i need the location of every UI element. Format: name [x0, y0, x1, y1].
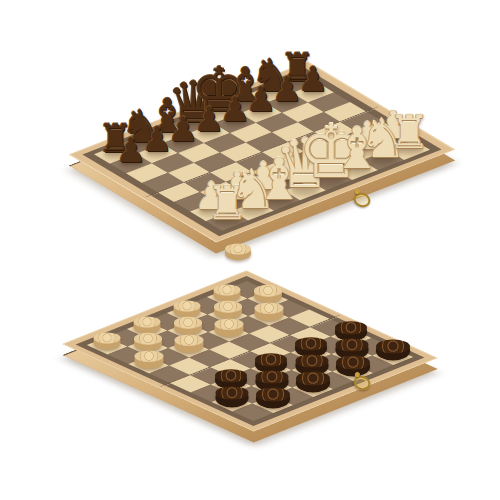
chess-piece-dark-knight: ♞ — [121, 106, 161, 147]
piece-shadow — [250, 110, 273, 118]
chess-piece-dark-queen: ♛ — [167, 75, 218, 127]
piece-shadow — [286, 80, 308, 88]
square-dark — [372, 131, 414, 151]
square-dark — [266, 93, 308, 113]
square-dark — [362, 150, 404, 170]
square-light — [324, 102, 366, 122]
square-dark — [312, 372, 353, 390]
piece-shadow — [250, 187, 276, 196]
square-light — [388, 140, 430, 160]
square-dark — [187, 297, 228, 315]
piece-shadow — [240, 207, 267, 216]
checker-dark — [256, 389, 290, 409]
piece-shadow — [344, 166, 371, 175]
square-light — [292, 362, 333, 380]
piece-shadow — [120, 160, 143, 168]
piece-shadow — [370, 156, 397, 165]
square-light — [158, 182, 200, 202]
piece-shadow — [224, 197, 250, 206]
piece-shadow — [104, 151, 126, 159]
square-light — [289, 309, 330, 327]
checkers-board-shadow — [62, 285, 437, 446]
piece-shadow — [156, 130, 178, 138]
square-light — [250, 343, 291, 361]
piece-shadow — [302, 89, 325, 97]
square-dark — [232, 404, 273, 422]
fold-seam — [160, 315, 340, 387]
square-dark — [236, 152, 278, 172]
square-light — [292, 83, 334, 103]
square-dark — [269, 317, 310, 335]
chess-piece-dark-pawn: ♟ — [220, 94, 250, 125]
product-photo-stage: ♜♞♝♛♚♝♞♜♟♟♟♟♟♟♟♟♟♟♟♟♟♟♟♟♜♞♝♛♚♝♞♜ — [0, 0, 500, 500]
square-dark — [270, 335, 311, 353]
checker-dark — [255, 354, 287, 373]
square-light — [331, 329, 372, 347]
square-light — [372, 348, 413, 366]
chess-piece-dark-bishop: ♝ — [224, 64, 266, 107]
square-light — [282, 103, 324, 123]
square-light — [242, 181, 284, 201]
piece-shadow — [130, 141, 152, 149]
checker-dark — [296, 355, 329, 375]
square-dark — [190, 367, 231, 385]
square-light — [356, 121, 398, 141]
piece-shadow — [198, 207, 224, 216]
square-dark — [110, 154, 152, 174]
checker-light — [214, 302, 242, 319]
chess-piece-light-rook: ♜ — [388, 111, 429, 153]
square-dark — [206, 211, 248, 231]
piece-shadow — [198, 130, 221, 138]
chess-board-squares — [94, 73, 430, 230]
square-light — [210, 359, 251, 377]
square-dark — [174, 192, 216, 212]
square-dark — [148, 348, 189, 366]
boards-layer — [0, 0, 500, 500]
square-dark — [352, 338, 393, 356]
chess-piece-dark-pawn: ♟ — [194, 104, 224, 135]
piece-shadow — [214, 217, 241, 226]
chess-piece-dark-rook: ♜ — [98, 121, 133, 157]
square-dark — [162, 133, 204, 153]
square-light — [168, 322, 209, 340]
square-light — [240, 103, 282, 123]
checker-dark — [216, 387, 249, 407]
square-dark — [204, 133, 246, 153]
checker-light — [134, 351, 163, 368]
square-light — [232, 201, 274, 221]
square-light — [252, 396, 293, 414]
square-light — [168, 340, 209, 358]
square-dark — [272, 370, 313, 388]
chess-board — [69, 61, 455, 242]
square-light — [210, 162, 252, 182]
square-light — [209, 341, 250, 359]
piece-shadow — [266, 197, 293, 206]
piece-shadow — [328, 157, 354, 166]
square-dark — [227, 281, 268, 299]
square-dark — [188, 332, 229, 350]
square-light — [230, 123, 272, 143]
square-dark — [272, 388, 313, 406]
chess-piece-light-pawn: ♟ — [220, 169, 254, 204]
square-light — [94, 144, 136, 164]
chess-piece-dark-pawn: ♟ — [116, 135, 146, 166]
frame-band — [76, 276, 425, 426]
square-light — [251, 361, 292, 379]
checker-light — [225, 245, 251, 261]
chess-piece-dark-pawn: ♟ — [272, 74, 302, 105]
square-dark — [256, 113, 298, 133]
square-light — [336, 160, 378, 180]
chess-piece-dark-bishop: ♝ — [146, 94, 188, 137]
square-dark — [231, 369, 272, 387]
checker-light — [174, 318, 202, 335]
square-dark — [276, 73, 318, 93]
chess-piece-light-king: ♚ — [298, 118, 364, 186]
square-dark — [310, 319, 351, 337]
square-dark — [340, 112, 382, 132]
square-light — [291, 345, 332, 363]
square-light — [284, 181, 326, 201]
chess-piece-light-pawn: ♟ — [376, 108, 410, 143]
chess-piece-light-bishop: ♝ — [253, 152, 304, 204]
square-dark — [147, 313, 188, 331]
square-dark — [232, 386, 273, 404]
chess-piece-dark-king: ♚ — [191, 61, 247, 118]
checker-dark — [256, 371, 289, 391]
square-light — [346, 141, 388, 161]
square-light — [168, 163, 210, 183]
chess-board-shadow — [69, 76, 455, 257]
chess-piece-light-queen: ♛ — [275, 133, 336, 196]
square-light — [190, 201, 232, 221]
square-light — [212, 394, 253, 412]
square-light — [332, 346, 373, 364]
square-dark — [278, 151, 320, 171]
frame-band — [82, 68, 441, 236]
checker-light — [214, 285, 241, 301]
checker-light — [94, 333, 121, 349]
fold-seam — [145, 106, 379, 197]
square-light — [167, 305, 208, 323]
chess-piece-light-rook: ♜ — [206, 182, 247, 224]
square-dark — [226, 172, 268, 192]
square-dark — [311, 337, 352, 355]
piece-shadow — [172, 140, 195, 148]
checker-dark — [376, 341, 410, 361]
checker-light — [254, 286, 282, 303]
square-dark — [229, 333, 270, 351]
checker-dark — [335, 322, 367, 341]
piece-shadow — [224, 120, 247, 128]
chess-piece-light-bishop: ♝ — [331, 122, 382, 174]
square-dark — [312, 354, 353, 372]
chess-board-box-side — [69, 72, 455, 253]
square-dark — [152, 153, 194, 173]
square-dark — [107, 329, 148, 347]
square-light — [136, 144, 178, 164]
checkers-board-box-side — [62, 281, 437, 442]
square-dark — [246, 132, 288, 152]
chess-piece-light-pawn: ♟ — [194, 179, 228, 214]
square-light — [169, 357, 210, 375]
square-light — [332, 364, 373, 382]
square-dark — [268, 300, 309, 318]
square-light — [211, 377, 252, 395]
chess-piece-light-knight: ♞ — [229, 166, 277, 215]
square-dark — [298, 112, 340, 132]
square-light — [170, 375, 211, 393]
square-light — [220, 142, 262, 162]
piece-shadow — [354, 147, 380, 156]
checker-dark — [296, 373, 330, 393]
square-light — [127, 321, 168, 339]
checker-light — [254, 303, 283, 320]
square-dark — [184, 172, 226, 192]
piece-shadow — [182, 120, 204, 128]
square-light — [188, 123, 230, 143]
square-dark — [268, 171, 310, 191]
square-dark — [108, 346, 149, 364]
square-light — [248, 290, 289, 308]
brass-clasp — [352, 191, 372, 210]
piece-shadow — [302, 167, 328, 176]
square-light — [262, 142, 304, 162]
pieces-layer: ♜♞♝♛♚♝♞♜♟♟♟♟♟♟♟♟♟♟♟♟♟♟♟♟♜♞♝♛♚♝♞♜ — [0, 0, 500, 500]
piece-shadow — [276, 177, 302, 186]
chess-piece-dark-rook: ♜ — [280, 50, 315, 86]
piece-shadow — [208, 110, 230, 118]
chess-piece-dark-knight: ♞ — [251, 55, 291, 96]
chess-piece-light-pawn: ♟ — [298, 139, 332, 174]
square-light — [252, 162, 294, 182]
chess-piece-dark-pawn: ♟ — [142, 125, 172, 156]
square-light — [87, 337, 128, 355]
chess-piece-light-pawn: ♟ — [350, 118, 384, 153]
square-dark — [149, 365, 190, 383]
checker-dark — [215, 370, 247, 389]
square-dark — [216, 191, 258, 211]
square-light — [249, 325, 290, 343]
square-dark — [258, 191, 300, 211]
chess-piece-dark-pawn: ♟ — [168, 115, 198, 146]
square-light — [314, 122, 356, 142]
piece-shadow — [260, 90, 282, 98]
square-light — [294, 161, 336, 181]
square-dark — [320, 151, 362, 171]
square-dark — [230, 351, 271, 369]
checker-light — [134, 317, 161, 333]
square-light — [252, 378, 293, 396]
piece-shadow — [276, 99, 299, 107]
square-dark — [271, 353, 312, 371]
piece-shadow — [292, 186, 319, 195]
square-light — [198, 104, 240, 124]
piece-shadow — [234, 100, 256, 108]
square-dark — [188, 314, 229, 332]
checkers-board-squares — [87, 281, 413, 421]
square-light — [208, 324, 249, 342]
square-light — [272, 122, 314, 142]
square-dark — [191, 385, 232, 403]
chess-piece-dark-pawn: ♟ — [246, 84, 276, 115]
square-light — [128, 338, 169, 356]
square-light — [292, 380, 333, 398]
square-dark — [330, 131, 372, 151]
square-light — [304, 141, 346, 161]
square-dark — [214, 113, 256, 133]
checker-dark — [336, 357, 370, 377]
square-dark — [228, 316, 269, 334]
square-dark — [308, 92, 350, 112]
square-dark — [228, 298, 269, 316]
checker-light — [174, 335, 203, 352]
square-light — [146, 124, 188, 144]
chess-piece-light-knight: ♞ — [359, 115, 407, 164]
square-dark — [148, 330, 189, 348]
square-dark — [288, 132, 330, 152]
square-dark — [310, 171, 352, 191]
piece-shadow — [146, 150, 169, 158]
square-light — [290, 327, 331, 345]
checkers-board — [62, 270, 437, 431]
piece-shadow — [396, 146, 423, 155]
checker-light — [214, 319, 243, 336]
checker-dark — [295, 338, 327, 357]
square-dark — [194, 153, 236, 173]
piece-shadow — [318, 176, 345, 185]
chess-piece-light-pawn: ♟ — [246, 159, 280, 194]
square-light — [178, 143, 220, 163]
square-dark — [189, 349, 230, 367]
square-light — [200, 182, 242, 202]
square-light — [250, 83, 292, 103]
square-dark — [120, 134, 162, 154]
square-dark — [224, 94, 266, 114]
checker-light — [134, 334, 162, 351]
square-dark — [352, 356, 393, 374]
square-dark — [142, 173, 184, 193]
checker-dark — [336, 339, 369, 359]
square-light — [128, 356, 169, 374]
square-dark — [172, 114, 214, 134]
chess-piece-light-pawn: ♟ — [324, 129, 358, 164]
square-light — [208, 306, 249, 324]
square-light — [207, 289, 248, 307]
square-light — [126, 163, 168, 183]
chess-piece-dark-pawn: ♟ — [298, 64, 328, 95]
piece-shadow — [380, 137, 406, 146]
square-light — [248, 308, 289, 326]
brass-clasp — [352, 374, 372, 393]
checker-light — [174, 301, 201, 317]
chess-piece-light-pawn: ♟ — [272, 149, 306, 184]
